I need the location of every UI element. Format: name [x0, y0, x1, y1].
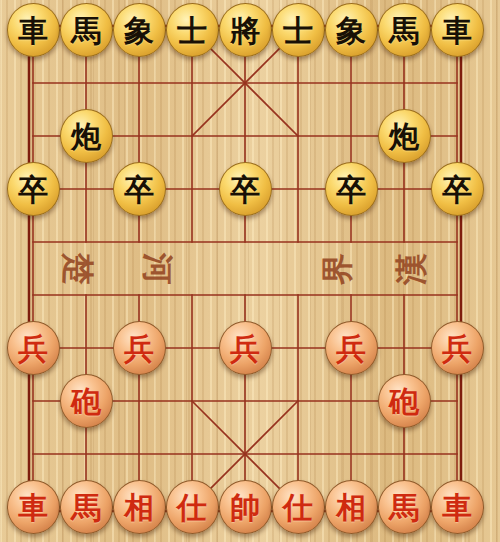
- point-c5: [113, 269, 166, 322]
- piece-glyph: 將: [230, 15, 260, 46]
- piece-glyph: 卒: [124, 174, 154, 205]
- piece-black-soldier[interactable]: 卒: [219, 162, 272, 216]
- point-b4: [60, 322, 113, 375]
- piece-glyph: 象: [124, 15, 154, 46]
- point-h8: 炮: [378, 110, 431, 163]
- piece-glyph: 砲: [389, 386, 419, 417]
- point-f10: 士: [272, 4, 325, 57]
- point-c8: [113, 110, 166, 163]
- point-b6: [60, 216, 113, 269]
- piece-black-elephant[interactable]: 象: [113, 3, 166, 57]
- point-b2: [60, 428, 113, 481]
- point-b9: [60, 57, 113, 110]
- piece-red-cannon[interactable]: 砲: [60, 374, 113, 428]
- point-d7: [166, 163, 219, 216]
- point-f3: [272, 375, 325, 428]
- piece-red-horse[interactable]: 馬: [378, 480, 431, 534]
- point-e9: [219, 57, 272, 110]
- piece-red-cannon[interactable]: 砲: [378, 374, 431, 428]
- piece-glyph: 炮: [389, 121, 419, 152]
- point-f2: [272, 428, 325, 481]
- point-b10: 馬: [60, 4, 113, 57]
- point-f5: [272, 269, 325, 322]
- point-h5: [378, 269, 431, 322]
- point-i9: [431, 57, 484, 110]
- point-c6: [113, 216, 166, 269]
- point-b7: [60, 163, 113, 216]
- point-a7: 卒: [7, 163, 60, 216]
- point-i10: 車: [431, 4, 484, 57]
- point-c9: [113, 57, 166, 110]
- point-e8: [219, 110, 272, 163]
- point-h3: 砲: [378, 375, 431, 428]
- point-c4: 兵: [113, 322, 166, 375]
- point-d4: [166, 322, 219, 375]
- piece-red-soldier[interactable]: 兵: [7, 321, 60, 375]
- piece-red-advisor[interactable]: 仕: [166, 480, 219, 534]
- point-d9: [166, 57, 219, 110]
- point-d3: [166, 375, 219, 428]
- point-h9: [378, 57, 431, 110]
- piece-red-soldier[interactable]: 兵: [431, 321, 484, 375]
- point-h6: [378, 216, 431, 269]
- point-h7: [378, 163, 431, 216]
- piece-glyph: 卒: [442, 174, 472, 205]
- point-g2: [325, 428, 378, 481]
- piece-glyph: 仕: [283, 492, 313, 523]
- piece-black-soldier[interactable]: 卒: [113, 162, 166, 216]
- point-b1: 馬: [60, 481, 113, 534]
- point-d2: [166, 428, 219, 481]
- piece-black-cannon[interactable]: 炮: [378, 109, 431, 163]
- piece-black-soldier[interactable]: 卒: [7, 162, 60, 216]
- point-f8: [272, 110, 325, 163]
- point-g6: [325, 216, 378, 269]
- piece-black-advisor[interactable]: 士: [166, 3, 219, 57]
- piece-glyph: 馬: [71, 492, 101, 523]
- point-b8: 炮: [60, 110, 113, 163]
- point-i4: 兵: [431, 322, 484, 375]
- board-cells: 車馬象士將士象馬車炮炮卒卒卒卒卒兵兵兵兵兵砲砲車馬相仕帥仕相馬車: [7, 4, 484, 534]
- point-g4: 兵: [325, 322, 378, 375]
- point-a9: [7, 57, 60, 110]
- point-e10: 將: [219, 4, 272, 57]
- piece-glyph: 馬: [71, 15, 101, 46]
- piece-black-chariot[interactable]: 車: [7, 3, 60, 57]
- piece-black-horse[interactable]: 馬: [378, 3, 431, 57]
- point-a8: [7, 110, 60, 163]
- point-c7: 卒: [113, 163, 166, 216]
- point-e3: [219, 375, 272, 428]
- piece-glyph: 兵: [442, 333, 472, 364]
- point-e2: [219, 428, 272, 481]
- piece-black-horse[interactable]: 馬: [60, 3, 113, 57]
- point-a5: [7, 269, 60, 322]
- point-c1: 相: [113, 481, 166, 534]
- piece-glyph: 象: [336, 15, 366, 46]
- point-e5: [219, 269, 272, 322]
- point-i6: [431, 216, 484, 269]
- point-g5: [325, 269, 378, 322]
- piece-glyph: 車: [442, 492, 472, 523]
- point-e7: 卒: [219, 163, 272, 216]
- point-f7: [272, 163, 325, 216]
- point-h1: 馬: [378, 481, 431, 534]
- point-e1: 帥: [219, 481, 272, 534]
- piece-glyph: 卒: [336, 174, 366, 205]
- point-g3: [325, 375, 378, 428]
- piece-glyph: 士: [283, 15, 313, 46]
- xiangqi-board: 楚河 漢界 車馬象士將士象馬車炮炮卒卒卒卒卒兵兵兵兵兵砲砲車馬相仕帥仕相馬車: [0, 0, 500, 542]
- piece-red-soldier[interactable]: 兵: [325, 321, 378, 375]
- piece-red-chariot[interactable]: 車: [431, 480, 484, 534]
- point-i1: 車: [431, 481, 484, 534]
- point-d1: 仕: [166, 481, 219, 534]
- piece-glyph: 兵: [230, 333, 260, 364]
- point-d5: [166, 269, 219, 322]
- piece-glyph: 馬: [389, 492, 419, 523]
- piece-red-soldier[interactable]: 兵: [219, 321, 272, 375]
- piece-glyph: 馬: [389, 15, 419, 46]
- point-b3: 砲: [60, 375, 113, 428]
- piece-black-general[interactable]: 將: [219, 3, 272, 57]
- piece-black-elephant[interactable]: 象: [325, 3, 378, 57]
- point-g8: [325, 110, 378, 163]
- point-i7: 卒: [431, 163, 484, 216]
- point-c3: [113, 375, 166, 428]
- point-b5: [60, 269, 113, 322]
- point-e4: 兵: [219, 322, 272, 375]
- point-d8: [166, 110, 219, 163]
- point-d10: 士: [166, 4, 219, 57]
- piece-red-advisor[interactable]: 仕: [272, 480, 325, 534]
- point-c10: 象: [113, 4, 166, 57]
- piece-glyph: 仕: [177, 492, 207, 523]
- point-a2: [7, 428, 60, 481]
- piece-glyph: 兵: [18, 333, 48, 364]
- piece-glyph: 炮: [71, 121, 101, 152]
- piece-red-elephant[interactable]: 相: [325, 480, 378, 534]
- point-f4: [272, 322, 325, 375]
- point-i8: [431, 110, 484, 163]
- point-h4: [378, 322, 431, 375]
- piece-red-horse[interactable]: 馬: [60, 480, 113, 534]
- point-i5: [431, 269, 484, 322]
- piece-glyph: 卒: [230, 174, 260, 205]
- point-g7: 卒: [325, 163, 378, 216]
- piece-glyph: 兵: [336, 333, 366, 364]
- piece-glyph: 車: [18, 492, 48, 523]
- piece-glyph: 相: [124, 492, 154, 523]
- point-a10: 車: [7, 4, 60, 57]
- piece-glyph: 車: [18, 15, 48, 46]
- point-g9: [325, 57, 378, 110]
- point-f9: [272, 57, 325, 110]
- piece-black-soldier[interactable]: 卒: [325, 162, 378, 216]
- piece-black-soldier[interactable]: 卒: [431, 162, 484, 216]
- piece-glyph: 士: [177, 15, 207, 46]
- piece-red-chariot[interactable]: 車: [7, 480, 60, 534]
- piece-glyph: 卒: [18, 174, 48, 205]
- piece-glyph: 兵: [124, 333, 154, 364]
- piece-glyph: 帥: [230, 492, 260, 523]
- piece-black-advisor[interactable]: 士: [272, 3, 325, 57]
- point-a4: 兵: [7, 322, 60, 375]
- piece-glyph: 相: [336, 492, 366, 523]
- piece-glyph: 砲: [71, 386, 101, 417]
- piece-red-elephant[interactable]: 相: [113, 480, 166, 534]
- piece-red-general[interactable]: 帥: [219, 480, 272, 534]
- point-d6: [166, 216, 219, 269]
- point-e6: [219, 216, 272, 269]
- point-g1: 相: [325, 481, 378, 534]
- point-i2: [431, 428, 484, 481]
- piece-black-cannon[interactable]: 炮: [60, 109, 113, 163]
- point-f1: 仕: [272, 481, 325, 534]
- point-g10: 象: [325, 4, 378, 57]
- point-c2: [113, 428, 166, 481]
- point-a1: 車: [7, 481, 60, 534]
- piece-black-chariot[interactable]: 車: [431, 3, 484, 57]
- point-h10: 馬: [378, 4, 431, 57]
- point-a3: [7, 375, 60, 428]
- point-a6: [7, 216, 60, 269]
- point-f6: [272, 216, 325, 269]
- point-h2: [378, 428, 431, 481]
- piece-red-soldier[interactable]: 兵: [113, 321, 166, 375]
- piece-glyph: 車: [442, 15, 472, 46]
- point-i3: [431, 375, 484, 428]
